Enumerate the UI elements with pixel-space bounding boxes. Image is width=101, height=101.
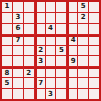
cell-r9-c2[interactable]: [13, 89, 23, 99]
cell-r6-c5[interactable]: [46, 56, 56, 66]
cell-r7-c6[interactable]: [56, 67, 66, 77]
cell-r2-c9[interactable]: [89, 13, 99, 23]
cell-r4-c1[interactable]: [2, 35, 12, 45]
cell-r6-c4[interactable]: 3: [35, 56, 45, 66]
cell-r5-c5[interactable]: [46, 46, 56, 56]
cell-r4-c9[interactable]: [89, 35, 99, 45]
cell-r3-c7[interactable]: [67, 24, 77, 34]
cell-r6-c1[interactable]: [2, 56, 12, 66]
cell-r4-c8[interactable]: [78, 35, 88, 45]
cell-r5-c7[interactable]: [67, 46, 77, 56]
cell-r9-c9[interactable]: [89, 89, 99, 99]
cell-r8-c4[interactable]: 7: [35, 78, 45, 88]
cell-r8-c6[interactable]: [56, 78, 66, 88]
cell-r5-c2[interactable]: [13, 46, 23, 56]
cell-r8-c3[interactable]: [24, 78, 34, 88]
cell-r2-c3[interactable]: [24, 13, 34, 23]
cell-r7-c9[interactable]: [89, 67, 99, 77]
cell-r7-c3[interactable]: 2: [24, 67, 34, 77]
cell-r8-c2[interactable]: [13, 78, 23, 88]
cell-r4-c2[interactable]: 7: [13, 35, 23, 45]
cell-r9-c8[interactable]: [78, 89, 88, 99]
cell-r6-c7[interactable]: 9: [67, 56, 77, 66]
cell-r4-c6[interactable]: [56, 35, 66, 45]
cell-r9-c7[interactable]: [67, 89, 77, 99]
cell-r9-c6[interactable]: [56, 89, 66, 99]
cell-r8-c7[interactable]: [67, 78, 77, 88]
cell-r2-c7[interactable]: [67, 13, 77, 23]
cell-r1-c3[interactable]: [24, 2, 34, 12]
cell-r8-c9[interactable]: [89, 78, 99, 88]
cell-r3-c5[interactable]: 4: [46, 24, 56, 34]
cell-r5-c6[interactable]: 5: [56, 46, 66, 56]
cell-r6-c8[interactable]: [78, 56, 88, 66]
cell-r1-c8[interactable]: 5: [78, 2, 88, 12]
cell-r3-c6[interactable]: [56, 24, 66, 34]
cell-r2-c5[interactable]: [46, 13, 56, 23]
cell-r5-c8[interactable]: [78, 46, 88, 56]
cell-r1-c1[interactable]: 1: [2, 2, 12, 12]
cell-r2-c2[interactable]: 3: [13, 13, 23, 23]
sudoku-board: 15326474253982573: [0, 0, 101, 101]
cell-r3-c2[interactable]: 6: [13, 24, 23, 34]
cell-r4-c4[interactable]: [35, 35, 45, 45]
cell-r7-c5[interactable]: [46, 67, 56, 77]
cell-r9-c3[interactable]: [24, 89, 34, 99]
cell-r6-c2[interactable]: [13, 56, 23, 66]
cell-r3-c3[interactable]: [24, 24, 34, 34]
cell-r2-c4[interactable]: [35, 13, 45, 23]
cell-r3-c9[interactable]: [89, 24, 99, 34]
cell-r8-c8[interactable]: [78, 78, 88, 88]
cell-r2-c1[interactable]: [2, 13, 12, 23]
cell-r6-c9[interactable]: [89, 56, 99, 66]
cell-r2-c8[interactable]: 2: [78, 13, 88, 23]
cell-r7-c7[interactable]: [67, 67, 77, 77]
cell-r4-c7[interactable]: 4: [67, 35, 77, 45]
cell-r1-c2[interactable]: [13, 2, 23, 12]
cell-r1-c4[interactable]: [35, 2, 45, 12]
cell-r4-c5[interactable]: [46, 35, 56, 45]
cell-r5-c4[interactable]: 2: [35, 46, 45, 56]
cell-r7-c2[interactable]: [13, 67, 23, 77]
cell-r6-c3[interactable]: [24, 56, 34, 66]
cell-r2-c6[interactable]: [56, 13, 66, 23]
cell-r9-c5[interactable]: 3: [46, 89, 56, 99]
cell-r7-c1[interactable]: 8: [2, 67, 12, 77]
cell-r1-c7[interactable]: [67, 2, 77, 12]
cell-r5-c3[interactable]: [24, 46, 34, 56]
cell-r6-c6[interactable]: [56, 56, 66, 66]
cell-r5-c1[interactable]: [2, 46, 12, 56]
cell-r1-c9[interactable]: [89, 2, 99, 12]
cell-r1-c6[interactable]: [56, 2, 66, 12]
cell-r7-c8[interactable]: [78, 67, 88, 77]
cell-r3-c1[interactable]: [2, 24, 12, 34]
cell-r9-c1[interactable]: [2, 89, 12, 99]
cell-r4-c3[interactable]: [24, 35, 34, 45]
cell-r8-c1[interactable]: 5: [2, 78, 12, 88]
cell-r1-c5[interactable]: [46, 2, 56, 12]
cell-r3-c4[interactable]: [35, 24, 45, 34]
cell-r8-c5[interactable]: [46, 78, 56, 88]
cell-r5-c9[interactable]: [89, 46, 99, 56]
cell-r7-c4[interactable]: [35, 67, 45, 77]
cell-r9-c4[interactable]: [35, 89, 45, 99]
cell-r3-c8[interactable]: [78, 24, 88, 34]
